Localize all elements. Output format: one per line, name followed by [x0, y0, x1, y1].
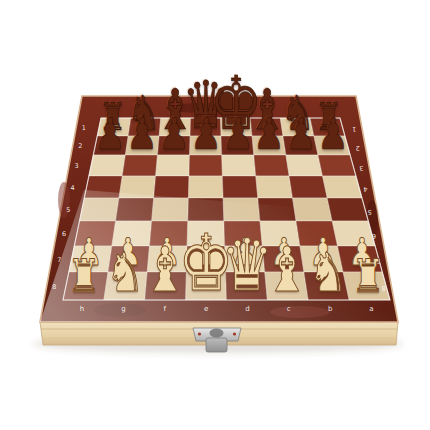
square-a3: [318, 155, 356, 176]
square-f1: [159, 118, 190, 136]
square-g2: [125, 136, 159, 155]
file-label-far-e: e: [204, 111, 207, 116]
file-label-far-d: d: [234, 111, 237, 116]
square-a1: [310, 118, 345, 136]
rank-label-right-8: 8: [382, 284, 386, 292]
square-h3: [89, 155, 125, 176]
square-c3: [254, 155, 289, 176]
file-label-far-b: b: [294, 111, 297, 116]
rank-label-right-4: 4: [363, 185, 367, 193]
square-b4: [289, 176, 327, 198]
square-h1: [97, 118, 131, 136]
rank-label-left-7: 7: [57, 256, 61, 264]
rank-label-left-5: 5: [66, 206, 70, 214]
square-b1: [280, 118, 314, 136]
file-label-near-d: d: [245, 305, 249, 313]
file-label-near-a: a: [369, 305, 373, 313]
file-label-near-g: g: [121, 305, 125, 313]
square-a2: [314, 136, 350, 155]
file-label-near-b: b: [328, 305, 333, 313]
rank-label-right-6: 6: [372, 232, 376, 240]
chess-set-photo: 1122334455667788hhggffeeddccbbaa ♜♞♝♛♚♝♞…: [0, 0, 430, 430]
file-label-far-g: g: [144, 111, 147, 116]
square-b3: [286, 155, 323, 176]
square-f3: [156, 155, 190, 176]
rank-label-right-3: 3: [359, 164, 363, 172]
rank-label-left-8: 8: [52, 283, 56, 291]
file-label-far-a: a: [323, 111, 326, 116]
square-e4: [188, 176, 223, 198]
file-label-near-e: e: [204, 305, 208, 313]
file-label-far-h: h: [114, 111, 117, 116]
square-c1: [250, 118, 283, 136]
square-d3: [222, 155, 256, 176]
rank-label-right-5: 5: [367, 208, 371, 216]
square-g1: [128, 118, 161, 136]
rank-label-left-1: 1: [82, 124, 86, 132]
square-g3: [122, 155, 157, 176]
square-d1: [221, 118, 253, 136]
file-label-near-h: h: [80, 305, 84, 313]
clasp-hasp-tab: [206, 338, 227, 352]
rank-label-left-4: 4: [71, 184, 75, 192]
square-b2: [283, 136, 318, 155]
rank-label-left-2: 2: [78, 142, 82, 150]
square-f4: [154, 176, 189, 198]
square-e2: [190, 136, 222, 155]
square-h2: [93, 136, 128, 155]
rank-label-left-6: 6: [62, 230, 66, 238]
square-c2: [252, 136, 286, 155]
square-e1: [190, 118, 221, 136]
square-e3: [189, 155, 222, 176]
clasp-screw-left: [198, 332, 201, 335]
rank-label-right-2: 2: [356, 144, 360, 152]
clasp-screw-right: [233, 332, 236, 335]
square-d2: [221, 136, 254, 155]
rank-label-left-3: 3: [75, 162, 79, 170]
board-graphic: 1122334455667788hhggffeeddccbbaa: [0, 0, 430, 430]
square-a4: [323, 176, 362, 198]
rank-label-right-1: 1: [352, 125, 356, 133]
square-c4: [256, 176, 293, 198]
rank-label-right-7: 7: [377, 257, 381, 265]
file-label-near-c: c: [287, 305, 291, 313]
square-d4: [222, 176, 257, 198]
square-f2: [157, 136, 190, 155]
